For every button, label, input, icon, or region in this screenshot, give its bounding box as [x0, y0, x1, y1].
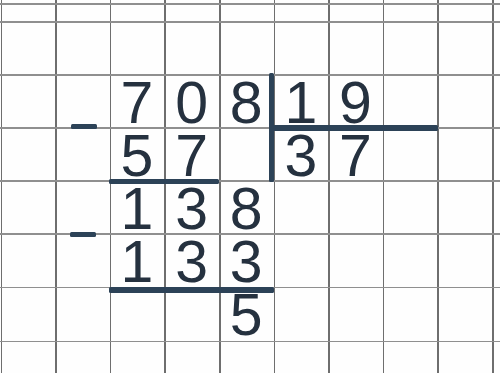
digit-second-product-133-col3: 3 — [164, 236, 219, 289]
grid-line-horizontal — [0, 21, 500, 23]
digit-dividend-and-divisor-col4: 8 — [219, 77, 274, 130]
digit-first-product-and-quotient-col5: 3 — [274, 130, 329, 183]
grid-line-horizontal — [0, 3, 500, 5]
digit-first-product-and-quotient-col6: 7 — [328, 130, 383, 183]
digit-final-remainder-col4: 5 — [219, 289, 274, 342]
grid-line-vertical — [274, 0, 276, 373]
quotient-separator-bar — [273, 125, 438, 131]
minus-sign-second-subtraction — [70, 232, 96, 237]
grid-line-vertical — [328, 0, 330, 373]
subtraction-bar-under-133 — [109, 287, 274, 293]
grid-line-vertical — [383, 0, 385, 373]
grid-line-vertical — [492, 0, 494, 373]
subtraction-bar-under-57 — [109, 179, 219, 185]
grid-line-vertical — [1, 0, 3, 373]
grid-line-vertical — [55, 0, 57, 373]
digit-second-product-133-col2: 1 — [110, 236, 165, 289]
minus-sign-first-subtraction — [71, 124, 97, 129]
squared-paper-worksheet: 7081957371381335 — [0, 0, 500, 373]
grid-line-vertical — [437, 0, 439, 373]
